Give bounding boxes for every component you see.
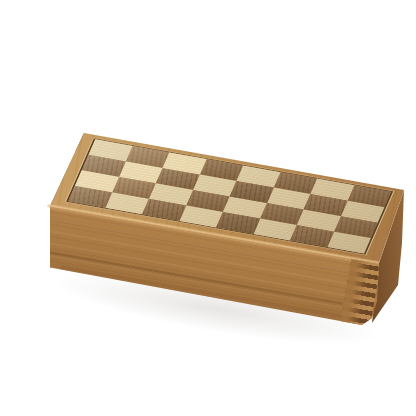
chess-box-photo: [0, 0, 416, 416]
